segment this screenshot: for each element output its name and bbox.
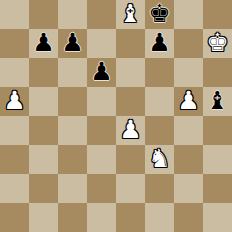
square-d7[interactable] bbox=[87, 29, 116, 58]
square-c7[interactable]: ♟ bbox=[58, 29, 87, 58]
square-e1[interactable] bbox=[116, 203, 145, 232]
square-f2[interactable] bbox=[145, 174, 174, 203]
square-g7[interactable] bbox=[174, 29, 203, 58]
square-a8[interactable] bbox=[0, 0, 29, 29]
white-pawn[interactable]: ♟ bbox=[177, 87, 199, 115]
white-pawn[interactable]: ♟ bbox=[3, 87, 25, 115]
square-b1[interactable] bbox=[29, 203, 58, 232]
black-bishop[interactable]: ♝ bbox=[206, 87, 228, 115]
square-d8[interactable] bbox=[87, 0, 116, 29]
square-h6[interactable] bbox=[203, 58, 232, 87]
white-knight[interactable]: ♞ bbox=[148, 145, 170, 173]
square-g8[interactable] bbox=[174, 0, 203, 29]
square-e5[interactable] bbox=[116, 87, 145, 116]
square-e7[interactable] bbox=[116, 29, 145, 58]
square-d5[interactable] bbox=[87, 87, 116, 116]
square-b6[interactable] bbox=[29, 58, 58, 87]
square-b8[interactable] bbox=[29, 0, 58, 29]
square-h7[interactable]: ♚ bbox=[203, 29, 232, 58]
square-a4[interactable] bbox=[0, 116, 29, 145]
square-e6[interactable] bbox=[116, 58, 145, 87]
square-b5[interactable] bbox=[29, 87, 58, 116]
square-c4[interactable] bbox=[58, 116, 87, 145]
square-h4[interactable] bbox=[203, 116, 232, 145]
square-g4[interactable] bbox=[174, 116, 203, 145]
square-g6[interactable] bbox=[174, 58, 203, 87]
square-a2[interactable] bbox=[0, 174, 29, 203]
square-f3[interactable]: ♞ bbox=[145, 145, 174, 174]
white-bishop[interactable]: ♝ bbox=[119, 0, 141, 28]
square-c2[interactable] bbox=[58, 174, 87, 203]
square-g3[interactable] bbox=[174, 145, 203, 174]
square-h5[interactable]: ♝ bbox=[203, 87, 232, 116]
square-d6[interactable]: ♟ bbox=[87, 58, 116, 87]
square-f7[interactable]: ♟ bbox=[145, 29, 174, 58]
square-d2[interactable] bbox=[87, 174, 116, 203]
square-f6[interactable] bbox=[145, 58, 174, 87]
square-g2[interactable] bbox=[174, 174, 203, 203]
square-c3[interactable] bbox=[58, 145, 87, 174]
square-f1[interactable] bbox=[145, 203, 174, 232]
square-d1[interactable] bbox=[87, 203, 116, 232]
square-g1[interactable] bbox=[174, 203, 203, 232]
square-h3[interactable] bbox=[203, 145, 232, 174]
square-e8[interactable]: ♝ bbox=[116, 0, 145, 29]
square-a7[interactable] bbox=[0, 29, 29, 58]
black-king[interactable]: ♚ bbox=[148, 0, 170, 28]
square-d4[interactable] bbox=[87, 116, 116, 145]
square-h8[interactable] bbox=[203, 0, 232, 29]
square-a5[interactable]: ♟ bbox=[0, 87, 29, 116]
square-b3[interactable] bbox=[29, 145, 58, 174]
black-pawn[interactable]: ♟ bbox=[61, 29, 83, 57]
square-d3[interactable] bbox=[87, 145, 116, 174]
black-pawn[interactable]: ♟ bbox=[148, 29, 170, 57]
black-pawn[interactable]: ♟ bbox=[32, 29, 54, 57]
square-b4[interactable] bbox=[29, 116, 58, 145]
square-h2[interactable] bbox=[203, 174, 232, 203]
white-king[interactable]: ♚ bbox=[206, 29, 228, 57]
square-c1[interactable] bbox=[58, 203, 87, 232]
square-e4[interactable]: ♟ bbox=[116, 116, 145, 145]
square-e2[interactable] bbox=[116, 174, 145, 203]
square-h1[interactable] bbox=[203, 203, 232, 232]
white-pawn[interactable]: ♟ bbox=[119, 116, 141, 144]
square-c5[interactable] bbox=[58, 87, 87, 116]
square-b7[interactable]: ♟ bbox=[29, 29, 58, 58]
square-g5[interactable]: ♟ bbox=[174, 87, 203, 116]
square-c6[interactable] bbox=[58, 58, 87, 87]
square-e3[interactable] bbox=[116, 145, 145, 174]
square-c8[interactable] bbox=[58, 0, 87, 29]
chess-board: ♝♚♟♟♟♚♟♟♟♝♟♞ bbox=[0, 0, 232, 232]
square-f4[interactable] bbox=[145, 116, 174, 145]
square-a3[interactable] bbox=[0, 145, 29, 174]
square-b2[interactable] bbox=[29, 174, 58, 203]
black-pawn[interactable]: ♟ bbox=[90, 58, 112, 86]
square-f5[interactable] bbox=[145, 87, 174, 116]
square-a1[interactable] bbox=[0, 203, 29, 232]
square-f8[interactable]: ♚ bbox=[145, 0, 174, 29]
square-a6[interactable] bbox=[0, 58, 29, 87]
